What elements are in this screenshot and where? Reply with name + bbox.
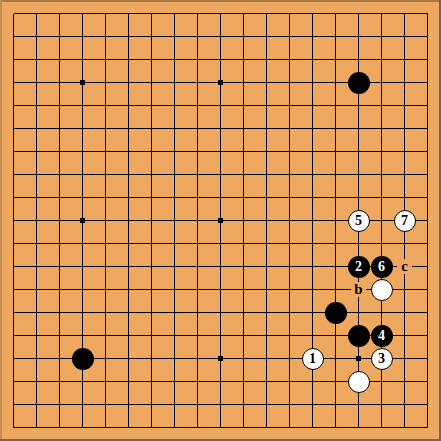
point-R8: c [393,255,416,278]
go-board-diagram: 5726413bc [0,0,441,441]
point-R10: 7 [393,209,416,232]
black-stone-P16 [348,72,370,94]
point-Q4: 3 [370,347,393,370]
board-edge-top [0,0,441,2]
move-7-white-stone-R10: 7 [394,210,416,232]
point-P10: 5 [347,209,370,232]
move-6-black-stone-Q8: 6 [371,256,393,278]
point-Q5: 4 [370,324,393,347]
move-number: 4 [378,329,385,343]
black-stone-P5 [348,325,370,347]
move-number: 2 [355,260,362,274]
point-Q7 [370,278,393,301]
point-P5 [347,324,370,347]
move-number: 5 [355,214,362,228]
black-stone-O6 [325,302,347,324]
move-number: 7 [401,214,408,228]
point-O6 [324,301,347,324]
stones-layer: 5726413bc [2,2,439,439]
point-P7: b [347,278,370,301]
black-stone-D4 [72,348,94,370]
move-1-white-stone-N4: 1 [302,348,324,370]
move-3-white-stone-Q4: 3 [371,348,393,370]
white-stone-P3 [348,371,370,393]
label-c: c [397,259,412,274]
move-number: 6 [378,260,385,274]
point-P16 [347,71,370,94]
point-Q8: 6 [370,255,393,278]
point-P3 [347,370,370,393]
white-stone-Q7 [371,279,393,301]
move-number: 3 [378,352,385,366]
label-b: b [351,282,366,297]
move-5-white-stone-P10: 5 [348,210,370,232]
move-4-black-stone-Q5: 4 [371,325,393,347]
board-edge-left [0,0,2,441]
point-D4 [71,347,94,370]
move-number: 1 [309,352,316,366]
move-2-black-stone-P8: 2 [348,256,370,278]
point-N4: 1 [301,347,324,370]
point-P8: 2 [347,255,370,278]
